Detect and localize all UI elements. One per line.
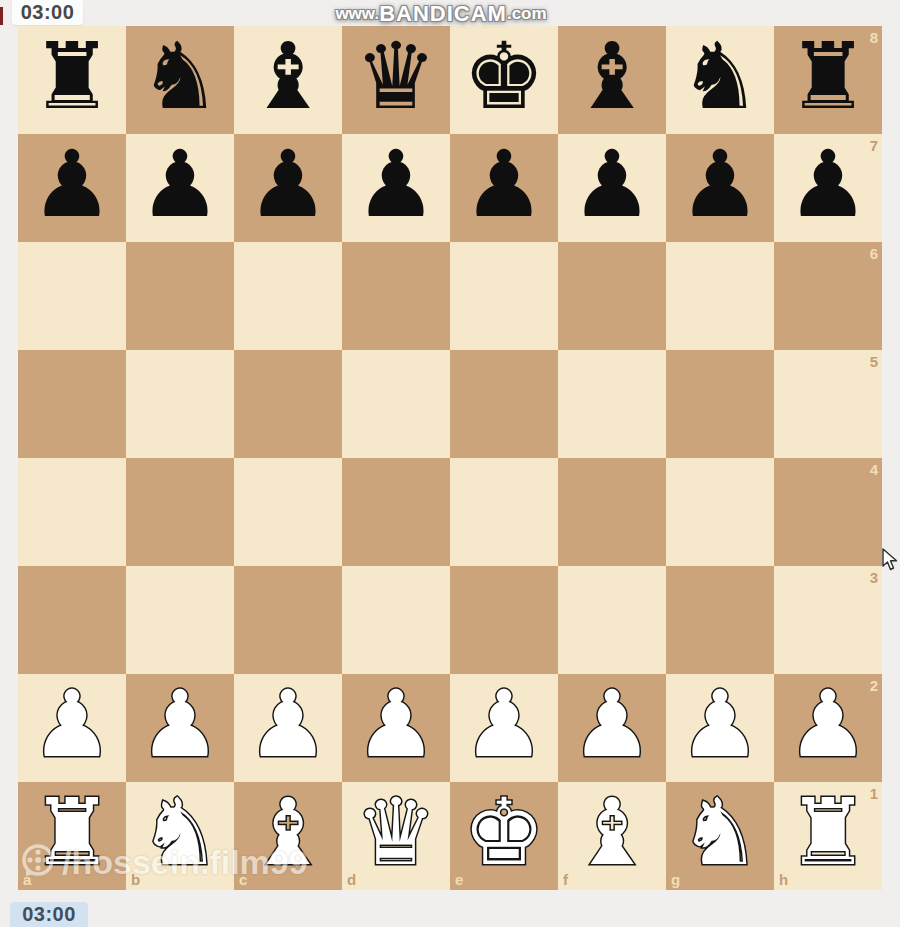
square-d5[interactable] (342, 350, 450, 458)
square-a1[interactable]: a♜ (18, 782, 126, 890)
square-e8[interactable]: ♚ (450, 26, 558, 134)
rank-label-3: 3 (870, 569, 878, 586)
square-e5[interactable] (450, 350, 558, 458)
piece-black-knight[interactable]: ♞ (679, 31, 761, 123)
piece-black-bishop[interactable]: ♝ (571, 31, 653, 123)
square-h6[interactable]: 6 (774, 242, 882, 350)
square-f2[interactable]: ♟ (558, 674, 666, 782)
piece-white-knight[interactable]: ♞ (139, 787, 221, 879)
square-h4[interactable]: 4 (774, 458, 882, 566)
square-e3[interactable] (450, 566, 558, 674)
square-a7[interactable]: ♟ (18, 134, 126, 242)
square-e4[interactable] (450, 458, 558, 566)
square-h3[interactable]: 3 (774, 566, 882, 674)
square-f3[interactable] (558, 566, 666, 674)
square-d2[interactable]: ♟ (342, 674, 450, 782)
square-a6[interactable] (18, 242, 126, 350)
square-g3[interactable] (666, 566, 774, 674)
square-c5[interactable] (234, 350, 342, 458)
piece-white-pawn[interactable]: ♟ (679, 679, 761, 771)
piece-black-pawn[interactable]: ♟ (31, 139, 113, 231)
arrow-cursor-icon (882, 548, 899, 572)
rank-label-4: 4 (870, 461, 878, 478)
piece-white-bishop[interactable]: ♝ (571, 787, 653, 879)
clock-white: 03:00 (10, 902, 88, 927)
piece-white-king[interactable]: ♚ (463, 787, 545, 879)
square-f8[interactable]: ♝ (558, 26, 666, 134)
square-c8[interactable]: ♝ (234, 26, 342, 134)
square-e1[interactable]: e♚ (450, 782, 558, 890)
square-g8[interactable]: ♞ (666, 26, 774, 134)
square-d1[interactable]: d♛ (342, 782, 450, 890)
square-c6[interactable] (234, 242, 342, 350)
piece-white-bishop[interactable]: ♝ (247, 787, 329, 879)
square-f5[interactable] (558, 350, 666, 458)
rank-label-5: 5 (870, 353, 878, 370)
piece-black-queen[interactable]: ♛ (355, 31, 437, 123)
piece-white-rook[interactable]: ♜ (31, 787, 113, 879)
square-b5[interactable] (126, 350, 234, 458)
square-e2[interactable]: ♟ (450, 674, 558, 782)
piece-black-rook[interactable]: ♜ (31, 31, 113, 123)
rank-label-6: 6 (870, 245, 878, 262)
square-a8[interactable]: ♜ (18, 26, 126, 134)
square-g6[interactable] (666, 242, 774, 350)
piece-black-pawn[interactable]: ♟ (463, 139, 545, 231)
square-g2[interactable]: ♟ (666, 674, 774, 782)
square-d7[interactable]: ♟ (342, 134, 450, 242)
square-a5[interactable] (18, 350, 126, 458)
square-d4[interactable] (342, 458, 450, 566)
square-b4[interactable] (126, 458, 234, 566)
piece-white-rook[interactable]: ♜ (787, 787, 869, 879)
piece-white-pawn[interactable]: ♟ (139, 679, 221, 771)
square-c4[interactable] (234, 458, 342, 566)
left-edge-red-artifact (0, 7, 3, 25)
piece-black-pawn[interactable]: ♟ (139, 139, 221, 231)
square-b6[interactable] (126, 242, 234, 350)
piece-white-pawn[interactable]: ♟ (787, 679, 869, 771)
piece-black-pawn[interactable]: ♟ (355, 139, 437, 231)
rank-label-8: 8 (870, 29, 878, 46)
piece-white-queen[interactable]: ♛ (355, 787, 437, 879)
piece-white-knight[interactable]: ♞ (679, 787, 761, 879)
piece-white-pawn[interactable]: ♟ (571, 679, 653, 771)
piece-black-king[interactable]: ♚ (463, 31, 545, 123)
square-e6[interactable] (450, 242, 558, 350)
square-d3[interactable] (342, 566, 450, 674)
square-d8[interactable]: ♛ (342, 26, 450, 134)
square-c3[interactable] (234, 566, 342, 674)
square-f1[interactable]: f♝ (558, 782, 666, 890)
square-g5[interactable] (666, 350, 774, 458)
bandicam-suffix: .com (507, 4, 547, 24)
square-h7[interactable]: 7♟ (774, 134, 882, 242)
square-b1[interactable]: b♞ (126, 782, 234, 890)
square-b3[interactable] (126, 566, 234, 674)
square-e7[interactable]: ♟ (450, 134, 558, 242)
bandicam-prefix: www. (335, 4, 379, 24)
clock-black-time: 03:00 (21, 1, 75, 24)
square-a3[interactable] (18, 566, 126, 674)
square-c2[interactable]: ♟ (234, 674, 342, 782)
chess-board: ♜♞♝♛♚♝♞8♜♟♟♟♟♟♟♟7♟6543♟♟♟♟♟♟♟2♟a♜b♞c♝d♛e… (18, 26, 882, 890)
square-h1[interactable]: 1h♜ (774, 782, 882, 890)
square-b7[interactable]: ♟ (126, 134, 234, 242)
clock-black: 03:00 (12, 0, 83, 25)
square-b2[interactable]: ♟ (126, 674, 234, 782)
square-f4[interactable] (558, 458, 666, 566)
piece-white-pawn[interactable]: ♟ (463, 679, 545, 771)
square-d6[interactable] (342, 242, 450, 350)
piece-white-pawn[interactable]: ♟ (247, 679, 329, 771)
square-g4[interactable] (666, 458, 774, 566)
piece-black-rook[interactable]: ♜ (787, 31, 869, 123)
square-a2[interactable]: ♟ (18, 674, 126, 782)
clock-white-time: 03:00 (22, 903, 76, 926)
square-b8[interactable]: ♞ (126, 26, 234, 134)
piece-black-pawn[interactable]: ♟ (571, 139, 653, 231)
piece-black-pawn[interactable]: ♟ (787, 139, 869, 231)
piece-black-knight[interactable]: ♞ (139, 31, 221, 123)
square-h2[interactable]: 2♟ (774, 674, 882, 782)
square-f7[interactable]: ♟ (558, 134, 666, 242)
file-label-f: f (563, 871, 568, 888)
piece-black-pawn[interactable]: ♟ (679, 139, 761, 231)
square-c1[interactable]: c♝ (234, 782, 342, 890)
square-c7[interactable]: ♟ (234, 134, 342, 242)
square-h5[interactable]: 5 (774, 350, 882, 458)
square-a4[interactable] (18, 458, 126, 566)
piece-black-pawn[interactable]: ♟ (247, 139, 329, 231)
piece-white-pawn[interactable]: ♟ (355, 679, 437, 771)
square-f6[interactable] (558, 242, 666, 350)
rank-label-1: 1 (870, 785, 878, 802)
rank-label-2: 2 (870, 677, 878, 694)
square-g1[interactable]: g♞ (666, 782, 774, 890)
piece-white-pawn[interactable]: ♟ (31, 679, 113, 771)
square-h8[interactable]: 8♜ (774, 26, 882, 134)
rank-label-7: 7 (870, 137, 878, 154)
piece-black-bishop[interactable]: ♝ (247, 31, 329, 123)
mouse-cursor (882, 548, 899, 576)
square-g7[interactable]: ♟ (666, 134, 774, 242)
